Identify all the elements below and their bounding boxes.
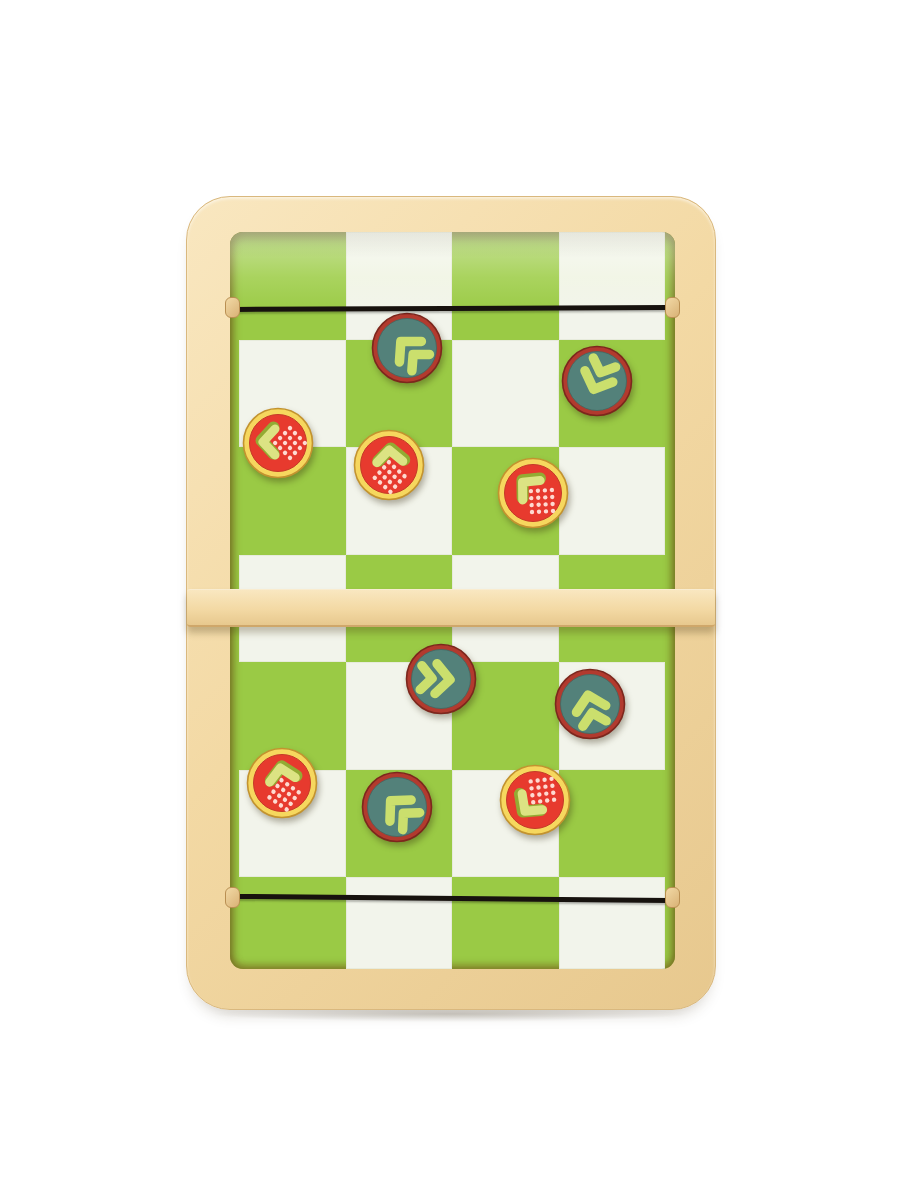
board-square — [559, 232, 666, 340]
elastic-peg — [225, 887, 240, 908]
teal-puck-t5[interactable] — [361, 771, 433, 843]
red-puck-r2[interactable] — [353, 429, 425, 501]
board-square — [346, 877, 453, 969]
red-puck-r5[interactable] — [499, 764, 571, 836]
red-puck-r1[interactable] — [242, 407, 314, 479]
teal-puck-t4[interactable] — [554, 668, 626, 740]
teal-puck-t2[interactable] — [561, 345, 633, 417]
red-puck-r3[interactable] — [497, 457, 569, 529]
teal-puck-t3[interactable] — [405, 643, 477, 715]
teal-puck-t1[interactable] — [371, 312, 443, 384]
board-square — [559, 877, 666, 969]
elastic-peg — [665, 297, 680, 318]
elastic-peg — [665, 887, 680, 908]
sling-puck-board — [186, 196, 716, 1010]
elastic-peg — [225, 297, 240, 318]
photo-background — [0, 0, 900, 1200]
board-square — [452, 340, 559, 448]
board-square — [559, 447, 666, 555]
red-puck-r4[interactable] — [246, 747, 318, 819]
center-divider-bar — [187, 589, 715, 627]
